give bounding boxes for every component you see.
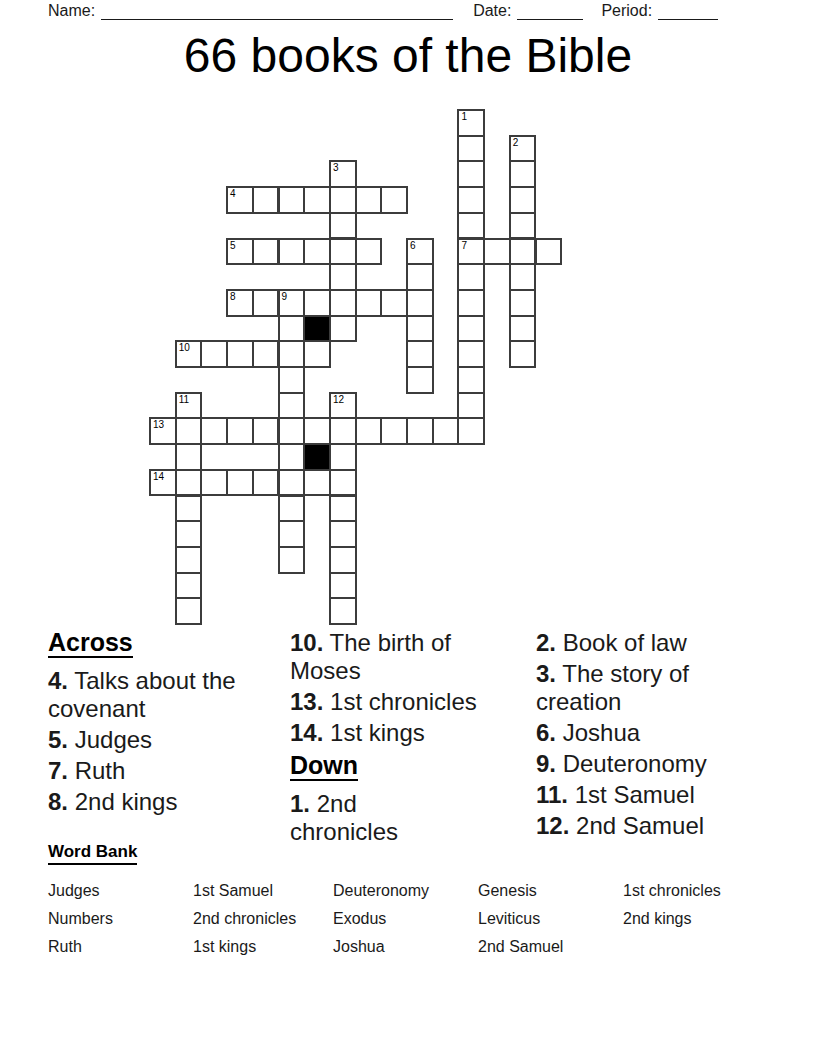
clue-num: 1. xyxy=(290,790,310,817)
word-bank-column: 1st Samuel2nd chronicles1st kings xyxy=(193,877,333,961)
clue: 13. 1st chronicles xyxy=(290,688,515,716)
grid-cell[interactable] xyxy=(509,315,537,343)
grid-cell[interactable] xyxy=(278,520,306,548)
grid-cell[interactable] xyxy=(355,289,383,317)
word-bank-word: Judges xyxy=(48,877,193,905)
grid-cell[interactable] xyxy=(535,238,563,266)
grid-cell[interactable] xyxy=(457,212,485,240)
black-cell xyxy=(303,443,331,471)
word-bank-word: Numbers xyxy=(48,905,193,933)
grid-cell[interactable] xyxy=(329,289,357,317)
grid-cell[interactable] xyxy=(329,238,357,266)
grid-cell[interactable] xyxy=(175,417,203,445)
grid-cell[interactable] xyxy=(278,392,306,420)
grid-cell[interactable] xyxy=(329,469,357,497)
grid-cell[interactable] xyxy=(432,417,460,445)
grid-cell[interactable] xyxy=(278,186,306,214)
grid-cell[interactable] xyxy=(329,212,357,240)
grid-cell[interactable] xyxy=(406,289,434,317)
clue: 9. Deuteronomy xyxy=(536,750,751,778)
clue-num: 5. xyxy=(48,726,68,753)
clues-heading-across: Across xyxy=(48,629,243,658)
grid-cell[interactable] xyxy=(329,546,357,574)
word-bank-word: Ruth xyxy=(48,933,193,961)
clue-number-14: 14 xyxy=(153,472,164,482)
clue: 12. 2nd Samuel xyxy=(536,812,751,840)
clue-number-10: 10 xyxy=(179,343,190,353)
clue: 1. 2nd chronicles xyxy=(290,790,430,846)
grid-cell[interactable] xyxy=(278,495,306,523)
grid-cell[interactable] xyxy=(278,417,306,445)
grid-cell[interactable] xyxy=(329,443,357,471)
clue-number-9: 9 xyxy=(282,292,288,302)
clue: 11. 1st Samuel xyxy=(536,781,751,809)
grid-cell[interactable] xyxy=(226,469,254,497)
grid-cell[interactable] xyxy=(406,366,434,394)
clue: 4. Talks about the covenant xyxy=(48,667,243,723)
grid-cell[interactable] xyxy=(329,315,357,343)
grid-cell[interactable] xyxy=(278,443,306,471)
grid-cell[interactable] xyxy=(226,340,254,368)
clue-col-2: 10. The birth of Moses13. 1st chronicles… xyxy=(290,629,515,849)
grid-cell[interactable] xyxy=(406,340,434,368)
clue-num: 2. xyxy=(536,629,556,656)
clue-num: 13. xyxy=(290,688,323,715)
word-bank-word: Leviticus xyxy=(478,905,623,933)
date-blank-line[interactable] xyxy=(517,4,583,20)
word-bank: Word Bank JudgesNumbersRuth1st Samuel2nd… xyxy=(48,842,780,961)
clue-num: 6. xyxy=(536,719,556,746)
clue-col-1: Across4. Talks about the covenant5. Judg… xyxy=(48,629,243,819)
grid-cell[interactable] xyxy=(509,238,537,266)
clue-number-8: 8 xyxy=(230,292,236,302)
clue: 10. The birth of Moses xyxy=(290,629,515,685)
grid-cell[interactable] xyxy=(329,520,357,548)
clue-number-5: 5 xyxy=(230,241,236,251)
grid-cell[interactable] xyxy=(355,417,383,445)
grid-cell[interactable] xyxy=(175,520,203,548)
grid-cell[interactable] xyxy=(252,289,280,317)
clue: 2. Book of law xyxy=(536,629,751,657)
grid-cell[interactable] xyxy=(509,160,537,188)
grid-cell[interactable] xyxy=(509,186,537,214)
word-bank-column: 1st chronicles2nd kings xyxy=(623,877,780,961)
clue-num: 4. xyxy=(48,667,68,694)
clue: 3. The story of creation xyxy=(536,660,751,716)
grid-cell[interactable] xyxy=(278,546,306,574)
grid-cell[interactable] xyxy=(329,417,357,445)
clue: 5. Judges xyxy=(48,726,243,754)
period-blank-line[interactable] xyxy=(658,4,718,20)
grid-cell[interactable] xyxy=(278,238,306,266)
grid-cell[interactable] xyxy=(278,315,306,343)
grid-cell[interactable] xyxy=(278,469,306,497)
clue-number-6: 6 xyxy=(410,241,416,251)
grid-cell[interactable] xyxy=(252,417,280,445)
clue-num: 10. xyxy=(290,629,323,656)
grid-cell[interactable] xyxy=(457,315,485,343)
grid-cell[interactable] xyxy=(175,495,203,523)
grid-cell[interactable] xyxy=(457,392,485,420)
grid-cell[interactable] xyxy=(380,186,408,214)
clue-number-2: 2 xyxy=(513,138,519,148)
clue-number-7: 7 xyxy=(461,241,467,251)
black-cell xyxy=(303,315,331,343)
date-label: Date: xyxy=(473,2,511,20)
clue: 6. Joshua xyxy=(536,719,751,747)
grid-cell[interactable] xyxy=(175,597,203,625)
grid-cell[interactable] xyxy=(509,263,537,291)
grid-cell[interactable] xyxy=(200,340,228,368)
grid-cell[interactable] xyxy=(200,417,228,445)
word-bank-columns: JudgesNumbersRuth1st Samuel2nd chronicle… xyxy=(48,877,780,961)
grid-cell[interactable] xyxy=(226,417,254,445)
word-bank-word: Deuteronomy xyxy=(333,877,478,905)
grid-cell[interactable] xyxy=(252,340,280,368)
grid-cell[interactable] xyxy=(303,289,331,317)
word-bank-word: 1st kings xyxy=(193,933,333,961)
clue-number-13: 13 xyxy=(153,420,164,430)
word-bank-column: DeuteronomyExodusJoshua xyxy=(333,877,478,961)
word-bank-word: 1st chronicles xyxy=(623,877,780,905)
period-label: Period: xyxy=(601,2,652,20)
grid-cell[interactable] xyxy=(457,160,485,188)
worksheet-header: Name: Date: Period: xyxy=(48,2,718,20)
clue-num: 3. xyxy=(536,660,556,687)
grid-cell[interactable] xyxy=(329,263,357,291)
grid-cell[interactable] xyxy=(329,495,357,523)
grid-cell[interactable] xyxy=(175,572,203,600)
grid-cell[interactable] xyxy=(406,263,434,291)
clue-num: 9. xyxy=(536,750,556,777)
word-bank-word: Genesis xyxy=(478,877,623,905)
grid-cell[interactable] xyxy=(457,289,485,317)
clue-number-4: 4 xyxy=(230,189,236,199)
grid-cell[interactable] xyxy=(278,366,306,394)
grid-cell[interactable] xyxy=(252,238,280,266)
word-bank-word: 2nd chronicles xyxy=(193,905,333,933)
crossword-grid: 1234567891011121314 xyxy=(150,110,563,626)
grid-cell[interactable] xyxy=(303,238,331,266)
grid-cell[interactable] xyxy=(175,443,203,471)
clues-heading-down: Down xyxy=(290,752,515,781)
grid-cell[interactable] xyxy=(457,417,485,445)
word-bank-word: Exodus xyxy=(333,905,478,933)
clue: 14. 1st kings xyxy=(290,719,515,747)
grid-cell[interactable] xyxy=(380,289,408,317)
grid-cell[interactable] xyxy=(329,572,357,600)
word-bank-column: GenesisLeviticus2nd Samuel xyxy=(478,877,623,961)
grid-cell[interactable] xyxy=(303,469,331,497)
clue-number-3: 3 xyxy=(333,163,339,173)
grid-cell[interactable] xyxy=(303,417,331,445)
grid-cell[interactable] xyxy=(509,289,537,317)
grid-cell[interactable] xyxy=(252,186,280,214)
name-blank-line[interactable] xyxy=(101,4,453,20)
grid-cell[interactable] xyxy=(175,469,203,497)
grid-cell[interactable] xyxy=(457,366,485,394)
word-bank-word: Joshua xyxy=(333,933,478,961)
clue-number-12: 12 xyxy=(333,395,344,405)
page-title: 66 books of the Bible xyxy=(0,28,816,84)
grid-cell[interactable] xyxy=(457,135,485,163)
grid-cell[interactable] xyxy=(457,340,485,368)
clue-num: 7. xyxy=(48,757,68,784)
grid-cell[interactable] xyxy=(200,469,228,497)
grid-cell[interactable] xyxy=(303,186,331,214)
grid-cell[interactable] xyxy=(278,340,306,368)
grid-cell[interactable] xyxy=(355,186,383,214)
grid-cell[interactable] xyxy=(406,417,434,445)
clue-number-1: 1 xyxy=(461,112,467,122)
grid-cell[interactable] xyxy=(457,263,485,291)
name-label: Name: xyxy=(48,2,95,20)
grid-cell[interactable] xyxy=(406,315,434,343)
word-bank-column: JudgesNumbersRuth xyxy=(48,877,193,961)
clue-num: 11. xyxy=(536,781,568,808)
grid-cell[interactable] xyxy=(252,469,280,497)
clue-num: 8. xyxy=(48,788,68,815)
clue: 8. 2nd kings xyxy=(48,788,243,816)
clue: 7. Ruth xyxy=(48,757,243,785)
grid-cell[interactable] xyxy=(303,340,331,368)
grid-cell[interactable] xyxy=(355,238,383,266)
grid-cell[interactable] xyxy=(380,417,408,445)
grid-cell[interactable] xyxy=(509,212,537,240)
word-bank-word: 1st Samuel xyxy=(193,877,333,905)
grid-cell[interactable] xyxy=(483,238,511,266)
clue-num: 14. xyxy=(290,719,323,746)
grid-cell[interactable] xyxy=(509,340,537,368)
grid-cell[interactable] xyxy=(175,546,203,574)
grid-cell[interactable] xyxy=(457,186,485,214)
word-bank-heading: Word Bank xyxy=(48,842,780,865)
clue-col-3: 2. Book of law3. The story of creation6.… xyxy=(536,629,751,843)
word-bank-word: 2nd Samuel xyxy=(478,933,623,961)
grid-cell[interactable] xyxy=(329,597,357,625)
word-bank-word: 2nd kings xyxy=(623,905,780,933)
clue-num: 12. xyxy=(536,812,569,839)
grid-cell[interactable] xyxy=(329,186,357,214)
clue-number-11: 11 xyxy=(179,395,189,405)
